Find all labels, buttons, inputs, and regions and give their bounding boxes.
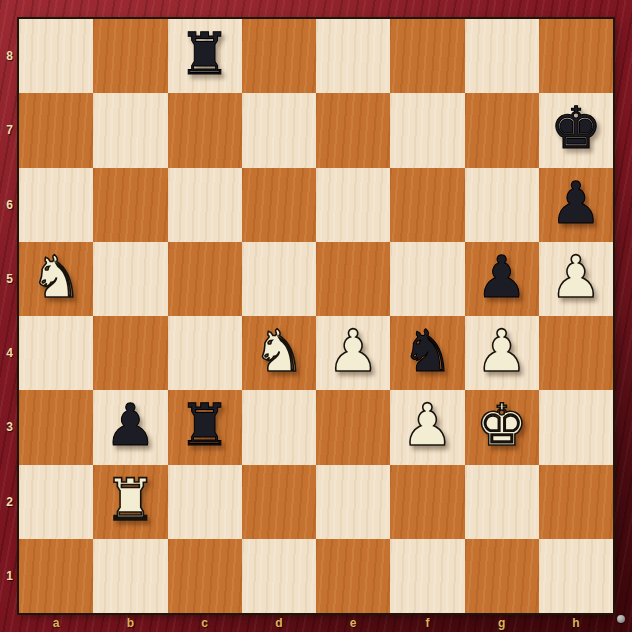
piece-black-rook[interactable]: ♜ xyxy=(179,25,231,83)
square-a4[interactable] xyxy=(19,316,93,390)
piece-white-rook[interactable]: ♜ xyxy=(104,471,156,529)
square-h3[interactable] xyxy=(539,390,613,464)
file-label-c: c xyxy=(168,613,242,632)
piece-black-pawn[interactable]: ♟ xyxy=(550,174,602,232)
file-label-b: b xyxy=(93,613,167,632)
piece-white-pawn[interactable]: ♟ xyxy=(476,322,528,380)
square-h2[interactable] xyxy=(539,465,613,539)
square-a8[interactable] xyxy=(19,19,93,93)
square-b4[interactable] xyxy=(93,316,167,390)
rank-label-5: 5 xyxy=(0,242,19,316)
square-a5[interactable]: ♞ xyxy=(19,242,93,316)
chess-window: ♜♚♟♞♟♟♞♟♞♟♟♜♟♚♜ 87654321abcdefgh xyxy=(0,0,632,632)
square-h4[interactable] xyxy=(539,316,613,390)
file-label-e: e xyxy=(316,613,390,632)
rank-label-1: 1 xyxy=(0,539,19,613)
square-f3[interactable]: ♟ xyxy=(390,390,464,464)
piece-white-pawn[interactable]: ♟ xyxy=(401,396,453,454)
rank-label-6: 6 xyxy=(0,168,19,242)
square-d2[interactable] xyxy=(242,465,316,539)
square-a7[interactable] xyxy=(19,93,93,167)
square-h6[interactable]: ♟ xyxy=(539,168,613,242)
square-d7[interactable] xyxy=(242,93,316,167)
piece-black-rook[interactable]: ♜ xyxy=(179,396,231,454)
piece-black-pawn[interactable]: ♟ xyxy=(476,248,528,306)
square-b1[interactable] xyxy=(93,539,167,613)
square-b8[interactable] xyxy=(93,19,167,93)
piece-white-king[interactable]: ♚ xyxy=(476,396,528,454)
square-g3[interactable]: ♚ xyxy=(465,390,539,464)
square-e1[interactable] xyxy=(316,539,390,613)
square-d1[interactable] xyxy=(242,539,316,613)
piece-white-pawn[interactable]: ♟ xyxy=(550,248,602,306)
square-f8[interactable] xyxy=(390,19,464,93)
square-a1[interactable] xyxy=(19,539,93,613)
square-b2[interactable]: ♜ xyxy=(93,465,167,539)
square-h1[interactable] xyxy=(539,539,613,613)
square-e3[interactable] xyxy=(316,390,390,464)
piece-black-knight[interactable]: ♞ xyxy=(401,322,453,380)
piece-white-knight[interactable]: ♞ xyxy=(30,248,82,306)
file-label-a: a xyxy=(19,613,93,632)
square-g4[interactable]: ♟ xyxy=(465,316,539,390)
square-b6[interactable] xyxy=(93,168,167,242)
square-d8[interactable] xyxy=(242,19,316,93)
square-g2[interactable] xyxy=(465,465,539,539)
square-b3[interactable]: ♟ xyxy=(93,390,167,464)
square-c4[interactable] xyxy=(168,316,242,390)
square-c8[interactable]: ♜ xyxy=(168,19,242,93)
square-h8[interactable] xyxy=(539,19,613,93)
square-h7[interactable]: ♚ xyxy=(539,93,613,167)
file-label-h: h xyxy=(539,613,613,632)
square-a2[interactable] xyxy=(19,465,93,539)
file-label-f: f xyxy=(390,613,464,632)
square-c2[interactable] xyxy=(168,465,242,539)
resize-grip-icon[interactable] xyxy=(617,615,625,623)
piece-black-king[interactable]: ♚ xyxy=(550,99,602,157)
rank-label-2: 2 xyxy=(0,465,19,539)
square-c7[interactable] xyxy=(168,93,242,167)
square-g1[interactable] xyxy=(465,539,539,613)
square-h5[interactable]: ♟ xyxy=(539,242,613,316)
square-e7[interactable] xyxy=(316,93,390,167)
piece-white-pawn[interactable]: ♟ xyxy=(327,322,379,380)
square-e6[interactable] xyxy=(316,168,390,242)
square-f4[interactable]: ♞ xyxy=(390,316,464,390)
chess-board: ♜♚♟♞♟♟♞♟♞♟♟♜♟♚♜ xyxy=(19,19,613,613)
square-c5[interactable] xyxy=(168,242,242,316)
square-a6[interactable] xyxy=(19,168,93,242)
square-g8[interactable] xyxy=(465,19,539,93)
square-e8[interactable] xyxy=(316,19,390,93)
square-d6[interactable] xyxy=(242,168,316,242)
rank-label-4: 4 xyxy=(0,316,19,390)
square-d5[interactable] xyxy=(242,242,316,316)
square-g5[interactable]: ♟ xyxy=(465,242,539,316)
square-f1[interactable] xyxy=(390,539,464,613)
square-f2[interactable] xyxy=(390,465,464,539)
square-c3[interactable]: ♜ xyxy=(168,390,242,464)
square-c1[interactable] xyxy=(168,539,242,613)
square-c6[interactable] xyxy=(168,168,242,242)
square-d4[interactable]: ♞ xyxy=(242,316,316,390)
piece-black-pawn[interactable]: ♟ xyxy=(104,396,156,454)
rank-label-7: 7 xyxy=(0,93,19,167)
square-e2[interactable] xyxy=(316,465,390,539)
square-f6[interactable] xyxy=(390,168,464,242)
square-g6[interactable] xyxy=(465,168,539,242)
square-b5[interactable] xyxy=(93,242,167,316)
square-g7[interactable] xyxy=(465,93,539,167)
file-label-d: d xyxy=(242,613,316,632)
square-e4[interactable]: ♟ xyxy=(316,316,390,390)
square-b7[interactable] xyxy=(93,93,167,167)
piece-white-knight[interactable]: ♞ xyxy=(253,322,305,380)
square-f7[interactable] xyxy=(390,93,464,167)
square-e5[interactable] xyxy=(316,242,390,316)
rank-label-8: 8 xyxy=(0,19,19,93)
square-a3[interactable] xyxy=(19,390,93,464)
square-d3[interactable] xyxy=(242,390,316,464)
rank-label-3: 3 xyxy=(0,390,19,464)
square-f5[interactable] xyxy=(390,242,464,316)
file-label-g: g xyxy=(465,613,539,632)
